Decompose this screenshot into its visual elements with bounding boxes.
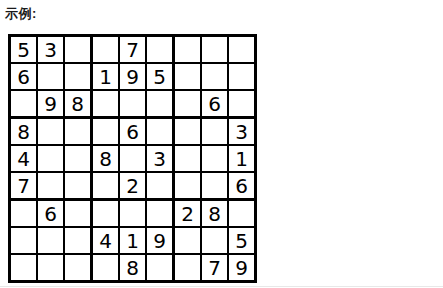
sudoku-cell-r8c4: 4 xyxy=(90,226,118,253)
sudoku-cell-r9c5: 8 xyxy=(118,253,145,280)
sudoku-cell-r7c3 xyxy=(63,198,90,226)
sudoku-cell-r5c4: 8 xyxy=(90,144,118,171)
sudoku-cell-r1c4 xyxy=(90,37,118,62)
sudoku-cell-r9c1 xyxy=(11,253,36,280)
sudoku-cell-r9c6 xyxy=(145,253,172,280)
sudoku-cell-r2c1: 6 xyxy=(11,62,36,89)
sudoku-cell-r5c1: 4 xyxy=(11,144,36,171)
sudoku-cell-r2c4: 1 xyxy=(90,62,118,89)
sudoku-cell-r8c6: 9 xyxy=(145,226,172,253)
sudoku-cell-r6c3 xyxy=(63,171,90,198)
sudoku-cell-r3c6 xyxy=(145,89,172,116)
sudoku-cell-r5c3 xyxy=(63,144,90,171)
sudoku-cell-r7c9 xyxy=(227,198,254,226)
sudoku-cell-r6c6 xyxy=(145,171,172,198)
sudoku-cell-r7c5 xyxy=(118,198,145,226)
sudoku-cell-r4c9: 3 xyxy=(227,116,254,144)
sudoku-cell-r4c3 xyxy=(63,116,90,144)
sudoku-cell-r6c4 xyxy=(90,171,118,198)
sudoku-cell-r8c8 xyxy=(200,226,227,253)
sudoku-cell-r9c2 xyxy=(36,253,63,280)
sudoku-cell-r9c9: 9 xyxy=(227,253,254,280)
sudoku-cell-r2c9 xyxy=(227,62,254,89)
sudoku-cell-r6c8 xyxy=(200,171,227,198)
sudoku-cell-r1c2: 3 xyxy=(36,37,63,62)
sudoku-cell-r4c6 xyxy=(145,116,172,144)
sudoku-cell-r3c7 xyxy=(172,89,200,116)
sudoku-cell-r1c3 xyxy=(63,37,90,62)
sudoku-cell-r9c8: 7 xyxy=(200,253,227,280)
sudoku-cell-r1c1: 5 xyxy=(11,37,36,62)
sudoku-cell-r6c7 xyxy=(172,171,200,198)
sudoku-cell-r7c2: 6 xyxy=(36,198,63,226)
sudoku-cell-r8c1 xyxy=(11,226,36,253)
sudoku-cell-r2c8 xyxy=(200,62,227,89)
sudoku-cell-r4c8 xyxy=(200,116,227,144)
sudoku-cell-r9c4 xyxy=(90,253,118,280)
bottom-divider xyxy=(0,286,443,287)
sudoku-cell-r7c4 xyxy=(90,198,118,226)
sudoku-cell-r7c1 xyxy=(11,198,36,226)
sudoku-cell-r4c7 xyxy=(172,116,200,144)
sudoku-cell-r6c1: 7 xyxy=(11,171,36,198)
sudoku-cell-r5c9: 1 xyxy=(227,144,254,171)
sudoku-cell-r3c8: 6 xyxy=(200,89,227,116)
sudoku-cell-r1c6 xyxy=(145,37,172,62)
sudoku-cell-r3c1 xyxy=(11,89,36,116)
sudoku-cell-r5c7 xyxy=(172,144,200,171)
sudoku-cell-r2c7 xyxy=(172,62,200,89)
sudoku-cell-r5c5 xyxy=(118,144,145,171)
sudoku-cell-r2c5: 9 xyxy=(118,62,145,89)
sudoku-cell-r7c7: 2 xyxy=(172,198,200,226)
sudoku-cell-r4c5: 6 xyxy=(118,116,145,144)
sudoku-cell-r7c8: 8 xyxy=(200,198,227,226)
sudoku-cell-r4c1: 8 xyxy=(11,116,36,144)
sudoku-cell-r1c7 xyxy=(172,37,200,62)
sudoku-cell-r9c7 xyxy=(172,253,200,280)
sudoku-cell-r8c9: 5 xyxy=(227,226,254,253)
sudoku-cell-r2c2 xyxy=(36,62,63,89)
sudoku-cell-r5c8 xyxy=(200,144,227,171)
sudoku-cell-r8c7 xyxy=(172,226,200,253)
sudoku-cell-r9c3 xyxy=(63,253,90,280)
sudoku-cell-r7c6 xyxy=(145,198,172,226)
sudoku-cell-r1c5: 7 xyxy=(118,37,145,62)
sudoku-cell-r3c4 xyxy=(90,89,118,116)
sudoku-cell-r2c3 xyxy=(63,62,90,89)
sudoku-cell-r6c5: 2 xyxy=(118,171,145,198)
sudoku-cell-r6c9: 6 xyxy=(227,171,254,198)
sudoku-cell-r6c2 xyxy=(36,171,63,198)
sudoku-cell-r2c6: 5 xyxy=(145,62,172,89)
sudoku-cell-r1c9 xyxy=(227,37,254,62)
sudoku-cell-r8c5: 1 xyxy=(118,226,145,253)
sudoku-cell-r4c2 xyxy=(36,116,63,144)
sudoku-cell-r3c5 xyxy=(118,89,145,116)
example-label: 示例: xyxy=(5,5,37,23)
sudoku-cell-r3c3: 8 xyxy=(63,89,90,116)
sudoku-cell-r3c9 xyxy=(227,89,254,116)
sudoku-cell-r8c2 xyxy=(36,226,63,253)
sudoku-cell-r5c2 xyxy=(36,144,63,171)
sudoku-board: 537619598686348317266284195879 xyxy=(8,34,257,283)
sudoku-cell-r3c2: 9 xyxy=(36,89,63,116)
sudoku-cell-r8c3 xyxy=(63,226,90,253)
sudoku-cell-r5c6: 3 xyxy=(145,144,172,171)
sudoku-cell-r4c4 xyxy=(90,116,118,144)
sudoku-cell-r1c8 xyxy=(200,37,227,62)
